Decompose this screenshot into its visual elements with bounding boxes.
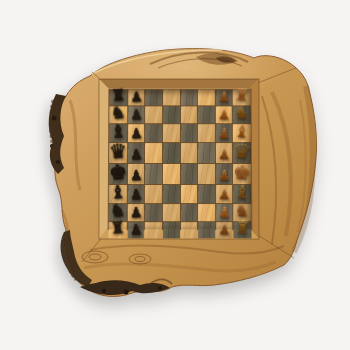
board-cell-r1c3 bbox=[163, 106, 179, 123]
board-cell-r0c1: ♟ bbox=[128, 90, 144, 106]
board-cell-r0c4 bbox=[180, 90, 196, 106]
board-cell-r3c4 bbox=[180, 143, 197, 163]
black-rook: ♜ bbox=[111, 87, 127, 104]
board-cell-r4c2 bbox=[145, 164, 162, 184]
board-cell-r4c7: ♚ bbox=[233, 164, 251, 184]
board-cell-r6c4 bbox=[181, 204, 198, 221]
black-pawn: ♟ bbox=[130, 187, 143, 202]
black-pawn: ♟ bbox=[129, 205, 142, 220]
black-pawn: ♟ bbox=[130, 126, 143, 140]
board-cell-r7c5 bbox=[198, 222, 215, 238]
natural-pawn: ♟ bbox=[217, 126, 230, 140]
board-cell-r4c1: ♟ bbox=[128, 164, 145, 184]
board-cell-r6c3 bbox=[163, 204, 180, 221]
board-cell-r7c0: ♜ bbox=[109, 222, 127, 238]
board-cell-r7c6: ♟ bbox=[216, 222, 233, 238]
board-cell-r2c2 bbox=[146, 124, 163, 142]
natural-pawn: ♟ bbox=[217, 89, 230, 103]
board-cell-r6c2 bbox=[145, 204, 162, 221]
black-bishop: ♝ bbox=[109, 182, 127, 201]
board-cell-r5c4 bbox=[181, 185, 198, 203]
black-pawn: ♟ bbox=[130, 168, 143, 183]
natural-pawn: ♟ bbox=[217, 107, 230, 121]
board-cell-r1c1: ♟ bbox=[128, 106, 145, 123]
board-cell-r2c3 bbox=[163, 124, 179, 142]
board-cell-r5c2 bbox=[145, 185, 162, 203]
natural-pawn: ♟ bbox=[217, 168, 230, 183]
natural-pawn: ♟ bbox=[217, 187, 230, 202]
board-cell-r3c6: ♟ bbox=[215, 143, 232, 163]
board-cell-r2c6: ♟ bbox=[215, 124, 232, 142]
board-cell-r7c2 bbox=[145, 222, 162, 238]
natural-rook: ♜ bbox=[234, 220, 250, 237]
board-cell-r3c2 bbox=[145, 143, 162, 163]
board-cell-r7c1: ♟ bbox=[128, 222, 145, 238]
board-cell-r1c6: ♟ bbox=[215, 106, 232, 123]
natural-pawn: ♟ bbox=[217, 205, 230, 220]
natural-king: ♚ bbox=[232, 161, 252, 182]
board-cell-r0c6: ♟ bbox=[215, 90, 231, 106]
black-knight: ♞ bbox=[109, 201, 126, 219]
black-pawn: ♟ bbox=[130, 89, 143, 103]
board-cell-r0c3 bbox=[163, 90, 179, 106]
board-cell-r0c0: ♜ bbox=[109, 90, 127, 106]
board-cell-r3c5 bbox=[198, 143, 215, 163]
board-cell-r6c5 bbox=[198, 204, 215, 221]
board-cell-r7c4 bbox=[181, 222, 198, 238]
board-cell-r0c2 bbox=[146, 90, 162, 106]
board-cell-r3c1: ♟ bbox=[128, 143, 145, 163]
board-cell-r0c5 bbox=[198, 90, 214, 106]
black-rook: ♜ bbox=[110, 220, 126, 237]
board-cell-r1c2 bbox=[146, 106, 162, 123]
board-cell-r7c7: ♜ bbox=[233, 222, 251, 238]
board-cell-r3c3 bbox=[163, 143, 180, 163]
board-cell-r4c3 bbox=[163, 164, 180, 184]
black-pawn: ♟ bbox=[130, 107, 143, 121]
black-pawn: ♟ bbox=[130, 147, 143, 161]
board-cell-r4c4 bbox=[180, 164, 197, 184]
board-cell-r5c5 bbox=[198, 185, 215, 203]
board-cell-r7c3 bbox=[163, 222, 180, 238]
board-cell-r1c5 bbox=[198, 106, 214, 123]
board-cell-r2c4 bbox=[180, 124, 196, 142]
black-pawn: ♟ bbox=[129, 222, 142, 237]
board-cell-r4c6: ♟ bbox=[216, 164, 233, 184]
board-cell-r0c7: ♜ bbox=[233, 90, 251, 106]
natural-pawn: ♟ bbox=[217, 147, 230, 161]
board-cell-r1c4 bbox=[180, 106, 196, 123]
board-cell-r2c1: ♟ bbox=[128, 124, 145, 142]
board-cell-r6c6: ♟ bbox=[216, 204, 233, 221]
natural-pawn: ♟ bbox=[217, 222, 230, 237]
board-cell-r5c6: ♟ bbox=[216, 185, 233, 203]
board-cell-r4c5 bbox=[198, 164, 215, 184]
board-cell-r2c5 bbox=[198, 124, 215, 142]
natural-rook: ♜ bbox=[234, 87, 250, 104]
board-cell-r5c1: ♟ bbox=[128, 185, 145, 203]
chess-board-grid: ♜♟♟♜♞♟♟♞♝♟♟♝♛♟♟♛♚♟♟♚♝♟♟♝♞♟♟♞♜♟♟♜ bbox=[108, 89, 253, 231]
wood-knot bbox=[129, 254, 151, 264]
board-cell-r6c0: ♞ bbox=[109, 204, 127, 221]
board-cell-r6c1: ♟ bbox=[128, 204, 145, 221]
board-cell-r5c3 bbox=[163, 185, 180, 203]
chessboard-photo: ♜♟♟♜♞♟♟♞♝♟♟♝♛♟♟♛♚♟♟♚♝♟♟♝♞♟♟♞♜♟♟♜ bbox=[0, 0, 350, 350]
